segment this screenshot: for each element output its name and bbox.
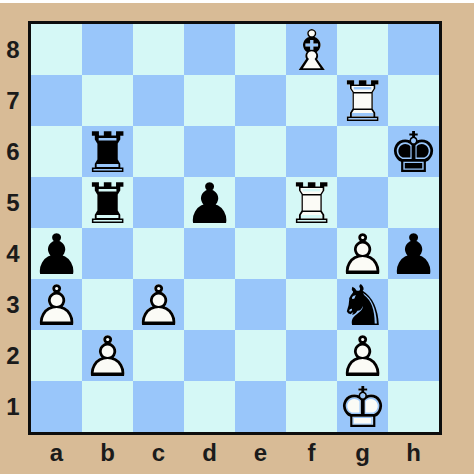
rank-labels: 87654321 xyxy=(0,24,26,432)
rank-label-2: 2 xyxy=(0,330,26,381)
square-f2[interactable] xyxy=(286,330,337,381)
square-b3[interactable] xyxy=(82,279,133,330)
page-background: 87654321 ♝♗♜♖♜♚♜♟♜♖♟♟♙♟♟♙♟♙♞♟♙♟♙♚♔ abcde… xyxy=(0,0,474,474)
rank-label-8: 8 xyxy=(0,24,26,75)
square-g8[interactable] xyxy=(337,24,388,75)
square-e4[interactable] xyxy=(235,228,286,279)
rank-label-7: 7 xyxy=(0,75,26,126)
file-label-f: f xyxy=(286,435,337,471)
rank-label-5: 5 xyxy=(0,177,26,228)
square-d8[interactable] xyxy=(184,24,235,75)
square-g7[interactable]: ♜♖ xyxy=(337,75,388,126)
square-e6[interactable] xyxy=(235,126,286,177)
square-g2[interactable]: ♟♙ xyxy=(337,330,388,381)
square-a2[interactable] xyxy=(31,330,82,381)
square-d1[interactable] xyxy=(184,381,235,432)
square-e2[interactable] xyxy=(235,330,286,381)
square-d6[interactable] xyxy=(184,126,235,177)
square-a6[interactable] xyxy=(31,126,82,177)
square-a4[interactable]: ♟ xyxy=(31,228,82,279)
square-c4[interactable] xyxy=(133,228,184,279)
piece-white-bishop: ♝♗ xyxy=(286,24,337,75)
chess-diagram: 87654321 ♝♗♜♖♜♚♜♟♜♖♟♟♙♟♟♙♟♙♞♟♙♟♙♚♔ abcde… xyxy=(0,3,474,474)
piece-white-king: ♚♔ xyxy=(337,381,388,432)
square-a3[interactable]: ♟♙ xyxy=(31,279,82,330)
square-h1[interactable] xyxy=(388,381,439,432)
chess-board: ♝♗♜♖♜♚♜♟♜♖♟♟♙♟♟♙♟♙♞♟♙♟♙♚♔ xyxy=(28,21,442,435)
square-a7[interactable] xyxy=(31,75,82,126)
square-c5[interactable] xyxy=(133,177,184,228)
piece-black-knight: ♞ xyxy=(337,279,388,330)
square-h3[interactable] xyxy=(388,279,439,330)
square-g4[interactable]: ♟♙ xyxy=(337,228,388,279)
square-d4[interactable] xyxy=(184,228,235,279)
square-h2[interactable] xyxy=(388,330,439,381)
square-b5[interactable]: ♜ xyxy=(82,177,133,228)
square-b7[interactable] xyxy=(82,75,133,126)
square-h7[interactable] xyxy=(388,75,439,126)
rank-label-4: 4 xyxy=(0,228,26,279)
square-a5[interactable] xyxy=(31,177,82,228)
piece-white-pawn: ♟♙ xyxy=(337,330,388,381)
square-e5[interactable] xyxy=(235,177,286,228)
file-label-e: e xyxy=(235,435,286,471)
square-f6[interactable] xyxy=(286,126,337,177)
rank-label-1: 1 xyxy=(0,381,26,432)
square-f4[interactable] xyxy=(286,228,337,279)
square-c3[interactable]: ♟♙ xyxy=(133,279,184,330)
piece-white-pawn: ♟♙ xyxy=(337,228,388,279)
piece-black-pawn: ♟ xyxy=(31,228,82,279)
square-h4[interactable]: ♟ xyxy=(388,228,439,279)
piece-black-pawn: ♟ xyxy=(184,177,235,228)
square-f1[interactable] xyxy=(286,381,337,432)
square-c6[interactable] xyxy=(133,126,184,177)
square-d3[interactable] xyxy=(184,279,235,330)
piece-white-rook: ♜♖ xyxy=(337,75,388,126)
square-a1[interactable] xyxy=(31,381,82,432)
square-e7[interactable] xyxy=(235,75,286,126)
piece-white-pawn: ♟♙ xyxy=(133,279,184,330)
file-label-g: g xyxy=(337,435,388,471)
piece-black-pawn: ♟ xyxy=(388,228,439,279)
square-g3[interactable]: ♞ xyxy=(337,279,388,330)
square-c2[interactable] xyxy=(133,330,184,381)
square-a8[interactable] xyxy=(31,24,82,75)
file-label-a: a xyxy=(31,435,82,471)
square-b2[interactable]: ♟♙ xyxy=(82,330,133,381)
square-f8[interactable]: ♝♗ xyxy=(286,24,337,75)
square-e8[interactable] xyxy=(235,24,286,75)
file-label-h: h xyxy=(388,435,439,471)
square-b8[interactable] xyxy=(82,24,133,75)
square-f3[interactable] xyxy=(286,279,337,330)
square-h5[interactable] xyxy=(388,177,439,228)
piece-black-king: ♚ xyxy=(388,126,439,177)
square-c1[interactable] xyxy=(133,381,184,432)
square-d5[interactable]: ♟ xyxy=(184,177,235,228)
piece-black-rook: ♜ xyxy=(82,177,133,228)
square-b1[interactable] xyxy=(82,381,133,432)
square-f7[interactable] xyxy=(286,75,337,126)
square-h6[interactable]: ♚ xyxy=(388,126,439,177)
piece-white-rook: ♜♖ xyxy=(286,177,337,228)
square-g1[interactable]: ♚♔ xyxy=(337,381,388,432)
square-b6[interactable]: ♜ xyxy=(82,126,133,177)
square-c8[interactable] xyxy=(133,24,184,75)
piece-black-rook: ♜ xyxy=(82,126,133,177)
square-f5[interactable]: ♜♖ xyxy=(286,177,337,228)
rank-label-3: 3 xyxy=(0,279,26,330)
square-h8[interactable] xyxy=(388,24,439,75)
file-label-d: d xyxy=(184,435,235,471)
piece-white-pawn: ♟♙ xyxy=(31,279,82,330)
square-e3[interactable] xyxy=(235,279,286,330)
square-d2[interactable] xyxy=(184,330,235,381)
rank-label-6: 6 xyxy=(0,126,26,177)
square-c7[interactable] xyxy=(133,75,184,126)
file-label-c: c xyxy=(133,435,184,471)
file-label-b: b xyxy=(82,435,133,471)
square-b4[interactable] xyxy=(82,228,133,279)
square-e1[interactable] xyxy=(235,381,286,432)
file-labels: abcdefgh xyxy=(31,435,439,471)
square-g5[interactable] xyxy=(337,177,388,228)
square-d7[interactable] xyxy=(184,75,235,126)
piece-white-pawn: ♟♙ xyxy=(82,330,133,381)
square-g6[interactable] xyxy=(337,126,388,177)
